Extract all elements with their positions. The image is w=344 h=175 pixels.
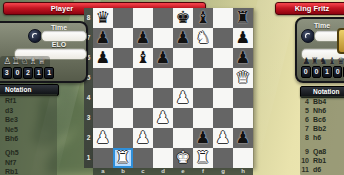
square-e6[interactable] [173, 48, 193, 68]
knight-icon: ♞ [319, 57, 328, 66]
captured-count: 1 [44, 67, 54, 79]
square-c7[interactable]: ♟ [133, 28, 153, 48]
move-number: 10 [300, 156, 309, 165]
chess-app-window: ♞ Player King Fritz Time ELO ♙♖♘♗♕ 30211… [0, 0, 344, 175]
black-pawn: ♟ [93, 28, 113, 48]
square-d1[interactable] [153, 148, 173, 168]
captured-count: 1 [34, 67, 44, 79]
white-pawn: ♟ [133, 128, 153, 148]
white-pawn: ♟ [93, 128, 113, 148]
square-e5[interactable] [173, 68, 193, 88]
captured-count: 0 [333, 66, 343, 78]
notation-move-row[interactable]: Rf1 [0, 96, 57, 106]
chess-board[interactable]: ♛♚♝♜♟♟♟♞♟♟♝♟♟♛♟♟♟♟♟♟♟♜♚♜ [93, 8, 254, 168]
rank-label: 4 [84, 88, 93, 108]
move-number: 5 [300, 106, 309, 115]
player-captured-counts: 30211 [2, 67, 55, 79]
move-text: Bb2 [313, 124, 344, 133]
black-pawn: ♟ [233, 48, 253, 68]
white-queen: ♛ [233, 68, 253, 88]
notation-move-row[interactable]: Qh5 [0, 148, 57, 158]
move-text: d6 [313, 165, 344, 174]
square-f3[interactable] [193, 108, 213, 128]
square-e3[interactable] [173, 108, 193, 128]
square-f8[interactable]: ♝ [193, 8, 213, 28]
square-b4[interactable] [113, 88, 133, 108]
square-b7[interactable] [113, 28, 133, 48]
square-b8[interactable] [113, 8, 133, 28]
bishop-icon: ♗ [29, 57, 38, 66]
notation-move-row[interactable]: Bh6 [0, 134, 57, 144]
square-h5[interactable]: ♛ [233, 68, 253, 88]
move-text: Nh6 [313, 106, 344, 115]
clock-icon [28, 29, 42, 43]
white-pawn: ♟ [153, 108, 173, 128]
captured-count: 2 [23, 67, 33, 79]
square-c4[interactable] [133, 88, 153, 108]
square-g3[interactable] [213, 108, 233, 128]
white-knight: ♞ [193, 28, 213, 48]
player-info-panel: Time ELO ♙♖♘♗♕ 30211 [0, 21, 88, 83]
opponent-notation-list: 4Bb45Nh66Bc67Bb28h69Qa810Rb111d6 [300, 96, 344, 175]
bishop-icon: ♝ [328, 57, 337, 66]
notation-move-row[interactable]: 9Qa8 [300, 147, 344, 156]
square-g6[interactable] [213, 48, 233, 68]
square-d8[interactable] [153, 8, 173, 28]
queen-icon: ♛ [336, 57, 344, 66]
square-d5[interactable] [153, 68, 173, 88]
clock-icon [301, 29, 315, 43]
square-g5[interactable] [213, 68, 233, 88]
square-d2[interactable] [153, 128, 173, 148]
square-b6[interactable] [113, 48, 133, 68]
notation-move-row[interactable]: Ne5 [0, 125, 57, 135]
square-d7[interactable] [153, 28, 173, 48]
file-label: c [133, 168, 153, 175]
black-pawn: ♟ [233, 28, 253, 48]
white-pawn: ♟ [213, 128, 233, 148]
captured-count: 3 [2, 67, 12, 79]
square-g2[interactable]: ♟ [213, 128, 233, 148]
square-g1[interactable] [213, 148, 233, 168]
clipped-edge-graphic [337, 28, 344, 54]
file-label: h [233, 168, 253, 175]
file-label: b [113, 168, 133, 175]
white-rook: ♜ [193, 148, 213, 168]
square-b2[interactable] [113, 128, 133, 148]
move-text: Qh5 [5, 148, 57, 158]
move-text: Rb1 [5, 167, 57, 175]
square-g8[interactable] [213, 8, 233, 28]
square-g7[interactable] [213, 28, 233, 48]
queen-icon: ♕ [37, 57, 46, 66]
notation-move-row[interactable]: Rb1 [0, 167, 57, 175]
captured-count: 0 [301, 66, 311, 78]
file-coordinates: abcdefgh [93, 168, 253, 175]
square-a6[interactable]: ♟ [93, 48, 113, 68]
notation-move-row[interactable]: 10Rb1 [300, 156, 344, 165]
file-label: g [213, 168, 233, 175]
black-pawn: ♟ [153, 48, 173, 68]
square-f5[interactable] [193, 68, 213, 88]
square-h3[interactable] [233, 108, 253, 128]
captured-count: 0 [13, 67, 23, 79]
move-text: Qa8 [313, 147, 344, 156]
player-notation-list: Rf1d3Be3Ne5Bh6Qh5Nf7Rb1 [0, 94, 57, 175]
square-a3[interactable] [93, 108, 113, 128]
file-label: e [173, 168, 193, 175]
rook-icon: ♜ [311, 57, 320, 66]
white-king: ♚ [173, 148, 193, 168]
move-text: Rf1 [5, 96, 57, 106]
move-text: Nf7 [5, 158, 57, 168]
notation-move-row[interactable]: 6Bc6 [300, 115, 344, 124]
square-h4[interactable] [233, 88, 253, 108]
square-h2[interactable]: ♟ [233, 128, 253, 148]
square-b1[interactable]: ♜ [113, 148, 133, 168]
notation-move-row[interactable]: 7Bb2 [300, 124, 344, 133]
square-a2[interactable]: ♟ [93, 128, 113, 148]
black-pawn: ♟ [193, 128, 213, 148]
elo-label: ELO [44, 41, 74, 48]
opponent-banner: King Fritz [275, 2, 344, 15]
square-c6[interactable]: ♝ [133, 48, 153, 68]
opponent-captured-counts: 00100 [301, 66, 344, 78]
square-c1[interactable] [133, 148, 153, 168]
pawn-icon: ♙ [3, 57, 12, 66]
square-c3[interactable] [133, 108, 153, 128]
player-captured-icons: ♙♖♘♗♕ [3, 57, 46, 66]
move-number: 6 [300, 115, 309, 124]
move-number: 11 [300, 165, 309, 174]
black-pawn: ♟ [233, 128, 253, 148]
move-text: Bh6 [5, 134, 57, 144]
notation-move-row[interactable]: 4Bb4 [300, 97, 344, 106]
square-c8[interactable] [133, 8, 153, 28]
square-d3[interactable]: ♟ [153, 108, 173, 128]
pawn-icon: ♟ [302, 57, 311, 66]
rank-label: 2 [84, 128, 93, 148]
square-f6[interactable] [193, 48, 213, 68]
knight-icon: ♘ [20, 57, 29, 66]
square-e8[interactable]: ♚ [173, 8, 193, 28]
notation-move-row[interactable]: 5Nh6 [300, 106, 344, 115]
square-b5[interactable] [113, 68, 133, 88]
square-a4[interactable] [93, 88, 113, 108]
black-rook: ♜ [233, 8, 253, 28]
square-e2[interactable] [173, 128, 193, 148]
white-rook: ♜ [113, 148, 133, 168]
black-pawn: ♟ [93, 48, 113, 68]
square-h7[interactable]: ♟ [233, 28, 253, 48]
square-f7[interactable]: ♞ [193, 28, 213, 48]
black-pawn: ♟ [173, 28, 193, 48]
notation-move-row[interactable]: 8h6 [300, 133, 344, 142]
move-text: Rb1 [313, 156, 344, 165]
square-e1[interactable]: ♚ [173, 148, 193, 168]
notation-move-row[interactable]: 11d6 [300, 165, 344, 174]
black-queen: ♛ [93, 8, 113, 28]
player-name: Player [32, 3, 92, 14]
square-a1[interactable] [93, 148, 113, 168]
move-text: Ne5 [5, 125, 57, 135]
file-label: a [93, 168, 113, 175]
move-number: 4 [300, 97, 309, 106]
square-d4[interactable] [153, 88, 173, 108]
file-label: f [193, 168, 213, 175]
black-bishop: ♝ [133, 48, 153, 68]
square-g4[interactable] [213, 88, 233, 108]
move-number: 8 [300, 133, 309, 142]
square-f1[interactable]: ♜ [193, 148, 213, 168]
move-number: 9 [300, 147, 309, 156]
square-h6[interactable]: ♟ [233, 48, 253, 68]
square-h1[interactable] [233, 148, 253, 168]
rank-label: 3 [84, 108, 93, 128]
rook-icon: ♖ [12, 57, 21, 66]
square-c2[interactable]: ♟ [133, 128, 153, 148]
square-a5[interactable] [93, 68, 113, 88]
captured-count: 1 [322, 66, 332, 78]
square-e7[interactable]: ♟ [173, 28, 193, 48]
move-text: Bb4 [313, 97, 344, 106]
square-f4[interactable] [193, 88, 213, 108]
move-text: h6 [313, 133, 344, 142]
square-c5[interactable] [133, 68, 153, 88]
square-e4[interactable]: ♟ [173, 88, 193, 108]
move-text: Bc6 [313, 115, 344, 124]
white-pawn: ♟ [173, 88, 193, 108]
opponent-captured-icons: ♟♜♞♝♛ [302, 57, 344, 66]
square-f2[interactable]: ♟ [193, 128, 213, 148]
move-text: d3 [5, 106, 57, 116]
opponent-name: King Fritz [282, 3, 342, 14]
square-h8[interactable]: ♜ [233, 8, 253, 28]
black-king: ♚ [173, 8, 193, 28]
move-text: Be3 [5, 115, 57, 125]
notation-move-row[interactable]: Nf7 [0, 158, 57, 168]
time-label: Time [307, 22, 337, 29]
black-bishop: ♝ [193, 8, 213, 28]
move-number: 7 [300, 124, 309, 133]
square-a7[interactable]: ♟ [93, 28, 113, 48]
square-d6[interactable]: ♟ [153, 48, 173, 68]
square-a8[interactable]: ♛ [93, 8, 113, 28]
black-pawn: ♟ [133, 28, 153, 48]
notation-move-row[interactable]: Be3 [0, 115, 57, 125]
rank-label: 1 [84, 148, 93, 168]
square-b3[interactable] [113, 108, 133, 128]
captured-count: 0 [312, 66, 322, 78]
file-label: d [153, 168, 173, 175]
notation-move-row[interactable]: d3 [0, 106, 57, 116]
